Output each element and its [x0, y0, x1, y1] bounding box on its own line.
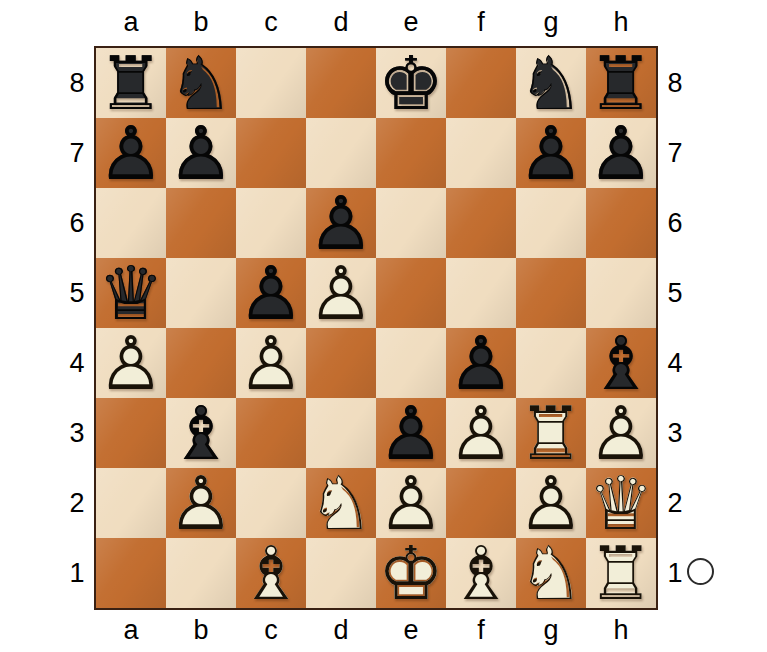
square-e7[interactable]	[376, 118, 446, 188]
square-c6[interactable]	[236, 188, 306, 258]
white-to-move-indicator	[687, 558, 714, 585]
file-label-d: d	[306, 611, 376, 649]
black-rook-glyph-outline: ♖	[96, 48, 166, 118]
square-a4[interactable]: ♟♙	[96, 328, 166, 398]
square-h3[interactable]: ♟♙	[586, 398, 656, 468]
piece-black-rook: ♜♖	[96, 48, 166, 118]
square-h8[interactable]: ♜♖	[586, 48, 656, 118]
square-e3[interactable]: ♟♙	[376, 398, 446, 468]
square-g8[interactable]: ♞♘	[516, 48, 586, 118]
square-b1[interactable]	[166, 538, 236, 608]
square-g7[interactable]: ♟♙	[516, 118, 586, 188]
piece-white-pawn: ♟♙	[96, 328, 166, 398]
square-h6[interactable]	[586, 188, 656, 258]
piece-black-pawn: ♟♙	[376, 398, 446, 468]
file-labels-top: abcdefgh	[96, 3, 656, 41]
square-d1[interactable]	[306, 538, 376, 608]
square-b4[interactable]	[166, 328, 236, 398]
square-g1[interactable]: ♞♘	[516, 538, 586, 608]
square-g4[interactable]	[516, 328, 586, 398]
square-h1[interactable]: ♜♖	[586, 538, 656, 608]
file-label-b: b	[166, 3, 236, 41]
piece-white-rook: ♜♖	[516, 398, 586, 468]
black-bishop-glyph-outline: ♗	[166, 398, 236, 468]
square-d7[interactable]	[306, 118, 376, 188]
square-b3[interactable]: ♝♗	[166, 398, 236, 468]
square-f4[interactable]: ♟♙	[446, 328, 516, 398]
rank-label-3: 3	[658, 398, 692, 468]
rank-label-6: 6	[658, 188, 692, 258]
square-d4[interactable]	[306, 328, 376, 398]
square-b6[interactable]	[166, 188, 236, 258]
square-c7[interactable]	[236, 118, 306, 188]
square-c4[interactable]: ♟♙	[236, 328, 306, 398]
white-queen-glyph-outline: ♕	[586, 468, 656, 538]
piece-white-knight: ♞♘	[306, 468, 376, 538]
square-f1[interactable]: ♝♗	[446, 538, 516, 608]
rank-label-6: 6	[60, 188, 94, 258]
white-pawn-glyph-outline: ♙	[516, 468, 586, 538]
file-label-f: f	[446, 3, 516, 41]
square-h7[interactable]: ♟♙	[586, 118, 656, 188]
square-d5[interactable]: ♟♙	[306, 258, 376, 328]
rank-label-5: 5	[60, 258, 94, 328]
piece-black-knight: ♞♘	[516, 48, 586, 118]
rank-label-2: 2	[658, 468, 692, 538]
square-h2[interactable]: ♛♕	[586, 468, 656, 538]
piece-black-pawn: ♟♙	[96, 118, 166, 188]
piece-black-pawn: ♟♙	[306, 188, 376, 258]
piece-white-pawn: ♟♙	[446, 398, 516, 468]
rank-label-8: 8	[60, 48, 94, 118]
rank-label-1: 1	[60, 538, 94, 608]
square-e1[interactable]: ♚♔	[376, 538, 446, 608]
black-pawn-glyph-outline: ♙	[166, 118, 236, 188]
square-f5[interactable]	[446, 258, 516, 328]
black-pawn-glyph-outline: ♙	[236, 258, 306, 328]
piece-white-knight: ♞♘	[516, 538, 586, 608]
piece-white-pawn: ♟♙	[236, 328, 306, 398]
chess-diagram: abcdefgh 87654321 ♜♖♞♘♚♔♞♘♜♖♟♙♟♙♟♙♟♙♟♙♛♕…	[0, 0, 767, 652]
square-h4[interactable]: ♝♗	[586, 328, 656, 398]
rank-label-4: 4	[60, 328, 94, 398]
file-label-h: h	[586, 611, 656, 649]
square-f3[interactable]: ♟♙	[446, 398, 516, 468]
square-e4[interactable]	[376, 328, 446, 398]
square-e8[interactable]: ♚♔	[376, 48, 446, 118]
black-king-glyph-outline: ♔	[376, 48, 446, 118]
square-d6[interactable]: ♟♙	[306, 188, 376, 258]
white-pawn-glyph-outline: ♙	[306, 258, 376, 328]
piece-black-queen: ♛♕	[96, 258, 166, 328]
piece-black-pawn: ♟♙	[516, 118, 586, 188]
file-label-g: g	[516, 3, 586, 41]
file-label-d: d	[306, 3, 376, 41]
square-c1[interactable]: ♝♗	[236, 538, 306, 608]
rank-label-4: 4	[658, 328, 692, 398]
rank-labels-left: 87654321	[60, 48, 94, 608]
square-c8[interactable]	[236, 48, 306, 118]
black-knight-glyph-outline: ♘	[516, 48, 586, 118]
file-label-h: h	[586, 3, 656, 41]
white-pawn-glyph-outline: ♙	[96, 328, 166, 398]
piece-white-pawn: ♟♙	[306, 258, 376, 328]
white-pawn-glyph-outline: ♙	[446, 398, 516, 468]
square-f7[interactable]	[446, 118, 516, 188]
piece-black-pawn: ♟♙	[446, 328, 516, 398]
square-d3[interactable]	[306, 398, 376, 468]
piece-black-pawn: ♟♙	[236, 258, 306, 328]
square-a6[interactable]	[96, 188, 166, 258]
square-e2[interactable]: ♟♙	[376, 468, 446, 538]
square-c2[interactable]	[236, 468, 306, 538]
square-d8[interactable]	[306, 48, 376, 118]
square-f8[interactable]	[446, 48, 516, 118]
piece-black-knight: ♞♘	[166, 48, 236, 118]
rank-label-3: 3	[60, 398, 94, 468]
black-pawn-glyph-outline: ♙	[446, 328, 516, 398]
rank-label-8: 8	[658, 48, 692, 118]
square-a1[interactable]	[96, 538, 166, 608]
white-pawn-glyph-outline: ♙	[236, 328, 306, 398]
square-g5[interactable]	[516, 258, 586, 328]
chess-board: ♜♖♞♘♚♔♞♘♜♖♟♙♟♙♟♙♟♙♟♙♛♕♟♙♟♙♟♙♟♙♟♙♝♗♝♗♟♙♟♙…	[94, 46, 658, 610]
rank-label-2: 2	[60, 468, 94, 538]
piece-black-bishop: ♝♗	[166, 398, 236, 468]
square-a5[interactable]: ♛♕	[96, 258, 166, 328]
square-a8[interactable]: ♜♖	[96, 48, 166, 118]
white-king-glyph-outline: ♔	[376, 538, 446, 608]
square-e5[interactable]	[376, 258, 446, 328]
square-g2[interactable]: ♟♙	[516, 468, 586, 538]
square-a3[interactable]	[96, 398, 166, 468]
square-a7[interactable]: ♟♙	[96, 118, 166, 188]
file-label-b: b	[166, 611, 236, 649]
white-pawn-glyph-outline: ♙	[586, 398, 656, 468]
white-bishop-glyph-outline: ♗	[236, 538, 306, 608]
file-label-e: e	[376, 611, 446, 649]
piece-white-queen: ♛♕	[586, 468, 656, 538]
white-knight-glyph-outline: ♘	[306, 468, 376, 538]
square-g3[interactable]: ♜♖	[516, 398, 586, 468]
file-label-e: e	[376, 3, 446, 41]
piece-white-pawn: ♟♙	[586, 398, 656, 468]
file-label-c: c	[236, 611, 306, 649]
piece-white-king: ♚♔	[376, 538, 446, 608]
black-pawn-glyph-outline: ♙	[376, 398, 446, 468]
piece-black-pawn: ♟♙	[166, 118, 236, 188]
white-bishop-glyph-outline: ♗	[446, 538, 516, 608]
piece-white-bishop: ♝♗	[446, 538, 516, 608]
black-pawn-glyph-outline: ♙	[96, 118, 166, 188]
square-c3[interactable]	[236, 398, 306, 468]
black-pawn-glyph-outline: ♙	[586, 118, 656, 188]
piece-white-pawn: ♟♙	[376, 468, 446, 538]
black-queen-glyph-outline: ♕	[96, 258, 166, 328]
square-f6[interactable]	[446, 188, 516, 258]
piece-black-king: ♚♔	[376, 48, 446, 118]
file-label-c: c	[236, 3, 306, 41]
piece-white-bishop: ♝♗	[236, 538, 306, 608]
white-rook-glyph-outline: ♖	[586, 538, 656, 608]
rank-label-7: 7	[658, 118, 692, 188]
black-bishop-glyph-outline: ♗	[586, 328, 656, 398]
piece-black-rook: ♜♖	[586, 48, 656, 118]
white-pawn-glyph-outline: ♙	[376, 468, 446, 538]
black-rook-glyph-outline: ♖	[586, 48, 656, 118]
square-b7[interactable]: ♟♙	[166, 118, 236, 188]
file-label-f: f	[446, 611, 516, 649]
square-b5[interactable]	[166, 258, 236, 328]
piece-black-pawn: ♟♙	[586, 118, 656, 188]
file-label-g: g	[516, 611, 586, 649]
rank-label-5: 5	[658, 258, 692, 328]
file-label-a: a	[96, 611, 166, 649]
piece-black-bishop: ♝♗	[586, 328, 656, 398]
rank-label-7: 7	[60, 118, 94, 188]
black-pawn-glyph-outline: ♙	[306, 188, 376, 258]
square-g6[interactable]	[516, 188, 586, 258]
square-e6[interactable]	[376, 188, 446, 258]
square-b2[interactable]: ♟♙	[166, 468, 236, 538]
black-knight-glyph-outline: ♘	[166, 48, 236, 118]
square-a2[interactable]	[96, 468, 166, 538]
square-h5[interactable]	[586, 258, 656, 328]
white-pawn-glyph-outline: ♙	[166, 468, 236, 538]
piece-white-pawn: ♟♙	[516, 468, 586, 538]
white-knight-glyph-outline: ♘	[516, 538, 586, 608]
rank-labels-right: 87654321	[658, 48, 692, 608]
square-f2[interactable]	[446, 468, 516, 538]
square-b8[interactable]: ♞♘	[166, 48, 236, 118]
file-label-a: a	[96, 3, 166, 41]
file-labels-bottom: abcdefgh	[96, 611, 656, 649]
square-d2[interactable]: ♞♘	[306, 468, 376, 538]
black-pawn-glyph-outline: ♙	[516, 118, 586, 188]
piece-white-pawn: ♟♙	[166, 468, 236, 538]
white-rook-glyph-outline: ♖	[516, 398, 586, 468]
piece-white-rook: ♜♖	[586, 538, 656, 608]
square-c5[interactable]: ♟♙	[236, 258, 306, 328]
